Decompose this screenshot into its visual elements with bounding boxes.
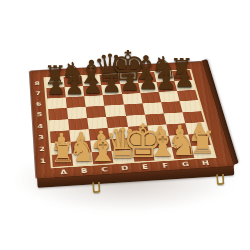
rank-label-4: 4 [33,120,48,132]
board-frame: 87654321 ABCDEFGH [30,61,234,178]
corner-marker-front-right [233,165,234,166]
square-d1[interactable] [112,150,134,163]
square-b1[interactable] [72,152,94,165]
square-f1[interactable] [152,147,175,160]
file-label-a: A [53,167,74,178]
rank-label-2: 2 [34,143,49,156]
file-label-b: B [73,166,95,176]
rank-label-3: 3 [34,131,49,143]
rank-label-1: 1 [35,155,51,168]
file-label-f: F [154,160,176,170]
square-e1[interactable] [132,148,154,161]
file-label-c: C [94,164,116,174]
corner-marker-front-left [36,178,37,179]
square-h1[interactable] [191,145,214,158]
chess-set-photo: 87654321 ABCDEFGH ♜♞♝♛♚♝♞♜♟♟♟♟♟♟♟♟♟♟♟♟♟♟… [0,0,250,250]
file-label-d: D [114,163,136,173]
file-label-h: H [194,158,217,168]
chess-board: 87654321 ABCDEFGH [30,61,234,178]
square-c1[interactable] [92,151,114,164]
board-scene: 87654321 ABCDEFGH [0,0,250,250]
square-a1[interactable] [52,153,73,166]
board-squares [43,69,216,168]
corner-marker-far-right [201,61,202,62]
file-label-e: E [134,162,156,172]
file-label-g: G [174,159,196,169]
